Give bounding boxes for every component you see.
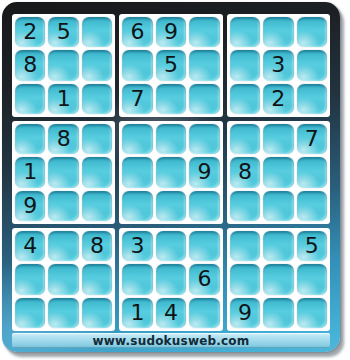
cell-r4c2[interactable]: 8: [48, 124, 78, 154]
cell-r9c1[interactable]: [15, 298, 45, 328]
box-1: 2581: [12, 14, 115, 117]
cell-r1c1[interactable]: 2: [15, 17, 45, 47]
cell-r6c1[interactable]: 9: [15, 191, 45, 221]
cell-r9c9[interactable]: [297, 298, 327, 328]
cell-r5c5[interactable]: [156, 157, 186, 187]
cell-r2c2[interactable]: [48, 50, 78, 80]
box-7: 48: [12, 228, 115, 331]
cell-r8c9[interactable]: [297, 264, 327, 294]
cell-r3c7[interactable]: [230, 84, 260, 114]
cell-r4c7[interactable]: [230, 124, 260, 154]
cell-r1c7[interactable]: [230, 17, 260, 47]
cell-r4c3[interactable]: [82, 124, 112, 154]
cell-r3c2[interactable]: 1: [48, 84, 78, 114]
cell-r2c5[interactable]: 5: [156, 50, 186, 80]
cell-r8c1[interactable]: [15, 264, 45, 294]
cell-r6c5[interactable]: [156, 191, 186, 221]
cell-r4c8[interactable]: [263, 124, 293, 154]
cell-r5c4[interactable]: [122, 157, 152, 187]
cell-r2c3[interactable]: [82, 50, 112, 80]
cell-r3c3[interactable]: [82, 84, 112, 114]
cell-r6c7[interactable]: [230, 191, 260, 221]
cell-r7c5[interactable]: [156, 231, 186, 261]
cell-r4c5[interactable]: [156, 124, 186, 154]
cell-r7c9[interactable]: 5: [297, 231, 327, 261]
cell-r3c5[interactable]: [156, 84, 186, 114]
box-9: 59: [227, 228, 330, 331]
cell-r6c8[interactable]: [263, 191, 293, 221]
box-2: 6957: [119, 14, 222, 117]
cell-r5c9[interactable]: [297, 157, 327, 187]
cell-r4c1[interactable]: [15, 124, 45, 154]
cell-r4c6[interactable]: [189, 124, 219, 154]
board-frame: 258169573281997848361459 www.sudokusweb.…: [2, 2, 340, 352]
cell-r4c9[interactable]: 7: [297, 124, 327, 154]
cell-r5c7[interactable]: 8: [230, 157, 260, 187]
cell-r1c3[interactable]: [82, 17, 112, 47]
cell-r9c7[interactable]: 9: [230, 298, 260, 328]
cell-r8c4[interactable]: [122, 264, 152, 294]
cell-r6c4[interactable]: [122, 191, 152, 221]
cell-r7c2[interactable]: [48, 231, 78, 261]
cell-r8c7[interactable]: [230, 264, 260, 294]
cell-r3c4[interactable]: 7: [122, 84, 152, 114]
cell-r2c8[interactable]: 3: [263, 50, 293, 80]
cell-r9c4[interactable]: 1: [122, 298, 152, 328]
cell-r1c2[interactable]: 5: [48, 17, 78, 47]
sudoku-grid: 258169573281997848361459: [12, 14, 330, 331]
cell-r5c8[interactable]: [263, 157, 293, 187]
cell-r1c4[interactable]: 6: [122, 17, 152, 47]
cell-r7c1[interactable]: 4: [15, 231, 45, 261]
cell-r7c4[interactable]: 3: [122, 231, 152, 261]
cell-r2c1[interactable]: 8: [15, 50, 45, 80]
cell-r2c6[interactable]: [189, 50, 219, 80]
cell-r8c3[interactable]: [82, 264, 112, 294]
cell-r9c5[interactable]: 4: [156, 298, 186, 328]
cell-r3c8[interactable]: 2: [263, 84, 293, 114]
cell-r5c1[interactable]: 1: [15, 157, 45, 187]
cell-r9c2[interactable]: [48, 298, 78, 328]
box-5: 9: [119, 121, 222, 224]
cell-r4c4[interactable]: [122, 124, 152, 154]
cell-r6c2[interactable]: [48, 191, 78, 221]
cell-r7c6[interactable]: [189, 231, 219, 261]
cell-r7c8[interactable]: [263, 231, 293, 261]
cell-r5c3[interactable]: [82, 157, 112, 187]
cell-r8c6[interactable]: 6: [189, 264, 219, 294]
sudoku-app: 258169573281997848361459 www.sudokusweb.…: [0, 0, 350, 360]
box-6: 78: [227, 121, 330, 224]
cell-r8c5[interactable]: [156, 264, 186, 294]
box-3: 32: [227, 14, 330, 117]
cell-r3c9[interactable]: [297, 84, 327, 114]
cell-r6c6[interactable]: [189, 191, 219, 221]
cell-r1c9[interactable]: [297, 17, 327, 47]
box-8: 3614: [119, 228, 222, 331]
cell-r2c9[interactable]: [297, 50, 327, 80]
cell-r6c3[interactable]: [82, 191, 112, 221]
cell-r9c3[interactable]: [82, 298, 112, 328]
cell-r5c2[interactable]: [48, 157, 78, 187]
cell-r1c6[interactable]: [189, 17, 219, 47]
cell-r1c5[interactable]: 9: [156, 17, 186, 47]
footer-banner: www.sudokusweb.com: [12, 333, 330, 348]
cell-r8c2[interactable]: [48, 264, 78, 294]
cell-r7c3[interactable]: 8: [82, 231, 112, 261]
website-link[interactable]: www.sudokusweb.com: [92, 334, 249, 348]
cell-r5c6[interactable]: 9: [189, 157, 219, 187]
box-4: 819: [12, 121, 115, 224]
cell-r3c1[interactable]: [15, 84, 45, 114]
cell-r9c8[interactable]: [263, 298, 293, 328]
cell-r8c8[interactable]: [263, 264, 293, 294]
cell-r9c6[interactable]: [189, 298, 219, 328]
cell-r7c7[interactable]: [230, 231, 260, 261]
cell-r3c6[interactable]: [189, 84, 219, 114]
cell-r2c4[interactable]: [122, 50, 152, 80]
cell-r6c9[interactable]: [297, 191, 327, 221]
cell-r1c8[interactable]: [263, 17, 293, 47]
cell-r2c7[interactable]: [230, 50, 260, 80]
